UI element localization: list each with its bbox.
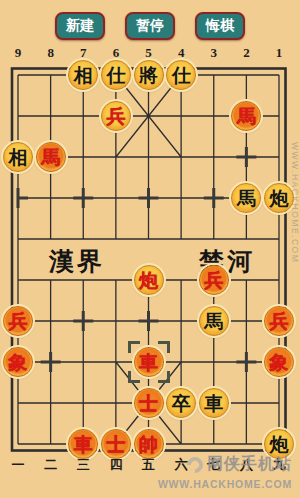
piece-black-r8c6[interactable]: 車: [199, 388, 229, 418]
piece-red-r9c4[interactable]: 帥: [134, 429, 164, 459]
piece-red-r8c4[interactable]: 士: [134, 388, 164, 418]
piece-red-r6c0[interactable]: 兵: [3, 306, 33, 336]
piece-red-r6c8[interactable]: 兵: [264, 306, 294, 336]
piece-red-r7c4[interactable]: 車: [134, 347, 164, 377]
river-label-left: 漢界: [49, 245, 105, 278]
piece-black-r2c0[interactable]: 相: [3, 142, 33, 172]
piece-black-r3c8[interactable]: 炮: [264, 183, 294, 213]
bottom-file-label: 二: [40, 456, 62, 474]
bottom-file-label: 七: [203, 456, 225, 474]
bottom-file-label: 一: [7, 456, 29, 474]
bottom-file-label: 八: [235, 456, 257, 474]
xiangqi-app: 新建 暂停 悔棋 987654321 漢界 禁河 相仕將仕兵馬相馬馬炮炮兵兵馬兵…: [0, 0, 300, 498]
piece-black-r0c3[interactable]: 仕: [101, 60, 131, 90]
piece-black-r0c4[interactable]: 將: [134, 60, 164, 90]
piece-red-r7c8[interactable]: 象: [264, 347, 294, 377]
piece-black-r9c8[interactable]: 炮: [264, 429, 294, 459]
bottom-file-label: 四: [105, 456, 127, 474]
piece-red-r2c1[interactable]: 馬: [36, 142, 66, 172]
piece-red-r9c3[interactable]: 士: [101, 429, 131, 459]
piece-red-r1c3[interactable]: 兵: [101, 101, 131, 131]
piece-red-r5c4[interactable]: 炮: [134, 265, 164, 295]
piece-black-r0c5[interactable]: 仕: [166, 60, 196, 90]
bottom-file-label: 三: [72, 456, 94, 474]
bottom-file-label: 五: [138, 456, 160, 474]
piece-red-r5c6[interactable]: 兵: [199, 265, 229, 295]
piece-black-r6c6[interactable]: 馬: [199, 306, 229, 336]
piece-black-r8c5[interactable]: 卒: [166, 388, 196, 418]
bottom-file-label: 九: [268, 456, 290, 474]
bottom-file-label: 六: [170, 456, 192, 474]
piece-red-r7c0[interactable]: 象: [3, 347, 33, 377]
